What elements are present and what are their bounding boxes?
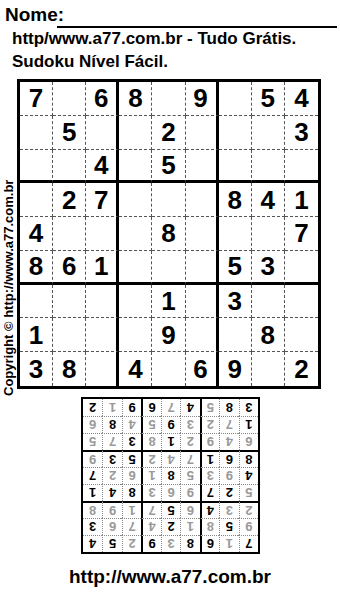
puzzle-cell-r7c6 [186, 285, 219, 319]
solution-cell-r2c5: 2 [161, 518, 180, 535]
solution-cell-r6c6: 2 [141, 450, 160, 467]
puzzle-cell-r3c3: 4 [86, 150, 119, 184]
puzzle-cell-r2c7 [219, 116, 252, 150]
puzzle-cell-r4c4 [119, 183, 152, 217]
puzzle-cell-r4c1 [20, 183, 53, 217]
solution-cell-r1c5: 3 [161, 535, 180, 552]
solution-cell-r1c4: 8 [180, 535, 199, 552]
solution-cell-r7c4: 2 [180, 433, 199, 450]
solution-cell-r2c3: 8 [200, 518, 219, 535]
solution-cell-r5c5: 8 [161, 467, 180, 484]
puzzle-cell-r8c3 [86, 318, 119, 352]
puzzle-cell-r9c5 [152, 352, 185, 386]
puzzle-cell-r6c4 [119, 251, 152, 285]
solution-cell-r6c1: 8 [239, 450, 258, 467]
puzzle-cell-r7c5: 1 [152, 285, 185, 319]
puzzle-cell-r5c8 [252, 217, 285, 251]
puzzle-cell-r8c6 [186, 318, 219, 352]
solution-cell-r2c9: 3 [83, 518, 102, 535]
puzzle-cell-r5c4 [119, 217, 152, 251]
solution-cell-r3c4: 6 [180, 501, 199, 518]
solution-cell-r2c7: 7 [122, 518, 141, 535]
puzzle-cell-r3c1 [20, 150, 53, 184]
puzzle-cell-r8c2 [53, 318, 86, 352]
solution-cell-r9c5: 7 [161, 399, 180, 416]
name-blank-underline [57, 7, 337, 28]
puzzle-cell-r5c3 [86, 217, 119, 251]
solution-cell-r1c7: 2 [122, 535, 141, 552]
solution-cell-r3c9: 8 [83, 501, 102, 518]
puzzle-cell-r2c5: 2 [152, 116, 185, 150]
solution-cell-r9c1: 3 [239, 399, 258, 416]
solution-cell-r4c6: 3 [141, 484, 160, 501]
solution-cell-r1c3: 6 [200, 535, 219, 552]
puzzle-cell-r6c1: 8 [20, 251, 53, 285]
solution-cell-r5c6: 1 [141, 467, 160, 484]
puzzle-cell-r8c8: 8 [252, 318, 285, 352]
solution-cell-r7c3: 9 [200, 433, 219, 450]
puzzle-cell-r3c4 [119, 150, 152, 184]
solution-cell-r3c7: 1 [122, 501, 141, 518]
puzzle-cell-r2c6 [186, 116, 219, 150]
sudoku-solution-grid-rotated: 7168392549581247632346571985279638414935… [81, 397, 260, 554]
puzzle-cell-r1c7 [219, 82, 252, 116]
puzzle-cell-r1c8: 5 [252, 82, 285, 116]
solution-cell-r8c5: 9 [161, 416, 180, 433]
puzzle-cell-r4c6 [186, 183, 219, 217]
puzzle-cell-r1c2 [53, 82, 86, 116]
puzzle-cell-r3c7 [219, 150, 252, 184]
solution-cell-r8c2: 7 [219, 416, 238, 433]
puzzle-cell-r4c9: 1 [285, 183, 318, 217]
difficulty-header: Sudoku Nível Fácil. [12, 52, 168, 72]
solution-cell-r1c9: 4 [83, 535, 102, 552]
solution-cell-r7c1: 6 [239, 433, 258, 450]
puzzle-cell-r1c5 [152, 82, 185, 116]
puzzle-cell-r2c2: 5 [53, 116, 86, 150]
solution-cell-r5c3: 3 [200, 467, 219, 484]
puzzle-cell-r6c6 [186, 251, 219, 285]
solution-cell-r5c4: 5 [180, 467, 199, 484]
puzzle-cell-r5c7 [219, 217, 252, 251]
puzzle-cell-r1c3: 6 [86, 82, 119, 116]
solution-cell-r9c7: 9 [122, 399, 141, 416]
solution-cell-r1c8: 5 [102, 535, 121, 552]
puzzle-cell-r6c8: 3 [252, 251, 285, 285]
puzzle-cell-r8c1: 1 [20, 318, 53, 352]
solution-cell-r9c3: 5 [200, 399, 219, 416]
puzzle-cell-r5c2 [53, 217, 86, 251]
solution-cell-r6c2: 6 [219, 450, 238, 467]
solution-cell-r8c9: 6 [83, 416, 102, 433]
solution-cell-r2c2: 5 [219, 518, 238, 535]
solution-cell-r5c9: 7 [83, 467, 102, 484]
puzzle-cell-r5c6 [186, 217, 219, 251]
solution-cell-r6c3: 1 [200, 450, 219, 467]
puzzle-cell-r7c8 [252, 285, 285, 319]
solution-cell-r6c4: 7 [180, 450, 199, 467]
solution-cell-r4c5: 6 [161, 484, 180, 501]
puzzle-cell-r9c1: 3 [20, 352, 53, 386]
solution-cell-r6c9: 9 [83, 450, 102, 467]
puzzle-cell-r2c3 [86, 116, 119, 150]
puzzle-cell-r7c2 [53, 285, 86, 319]
solution-cell-r8c4: 3 [180, 416, 199, 433]
site-header-text: http/www.a77.com.br - Tudo Grátis. [12, 29, 296, 49]
puzzle-cell-r7c4 [119, 285, 152, 319]
solution-cell-r4c1: 5 [239, 484, 258, 501]
solution-cell-r4c3: 7 [200, 484, 219, 501]
puzzle-cell-r1c9: 4 [285, 82, 318, 116]
solution-cell-r8c8: 8 [102, 416, 121, 433]
solution-cell-r2c8: 6 [102, 518, 121, 535]
solution-cell-r5c8: 2 [102, 467, 121, 484]
puzzle-cell-r2c9: 3 [285, 116, 318, 150]
solution-cell-r8c6: 5 [141, 416, 160, 433]
puzzle-cell-r3c9 [285, 150, 318, 184]
solution-cell-r9c2: 8 [219, 399, 238, 416]
puzzle-cell-r9c8 [252, 352, 285, 386]
puzzle-cell-r4c7: 8 [219, 183, 252, 217]
puzzle-cell-r2c8 [252, 116, 285, 150]
puzzle-cell-r9c7: 9 [219, 352, 252, 386]
solution-cell-r7c2: 4 [219, 433, 238, 450]
solution-cell-r4c9: 1 [83, 484, 102, 501]
solution-cell-r3c3: 4 [200, 501, 219, 518]
solution-cell-r8c7: 4 [122, 416, 141, 433]
puzzle-cell-r2c1 [20, 116, 53, 150]
solution-cell-r3c8: 9 [102, 501, 121, 518]
copyright-vertical-text: Copyright © http://www.a77.com.br [1, 180, 16, 396]
puzzle-cell-r9c9: 2 [285, 352, 318, 386]
puzzle-cell-r4c8: 4 [252, 183, 285, 217]
puzzle-cell-r3c2 [53, 150, 86, 184]
puzzle-cell-r8c5: 9 [152, 318, 185, 352]
puzzle-cell-r8c4 [119, 318, 152, 352]
solution-cell-r1c6: 9 [141, 535, 160, 552]
solution-cell-r9c9: 2 [83, 399, 102, 416]
puzzle-cell-r8c7 [219, 318, 252, 352]
puzzle-cell-r6c2: 6 [53, 251, 86, 285]
solution-cell-r7c8: 7 [102, 433, 121, 450]
solution-cell-r6c5: 4 [161, 450, 180, 467]
solution-cell-r7c6: 8 [141, 433, 160, 450]
puzzle-cell-r2c4 [119, 116, 152, 150]
puzzle-cell-r3c8 [252, 150, 285, 184]
solution-cell-r5c2: 9 [219, 467, 238, 484]
puzzle-cell-r9c3 [86, 352, 119, 386]
solution-cell-r2c4: 1 [180, 518, 199, 535]
puzzle-cell-r3c6 [186, 150, 219, 184]
puzzle-cell-r6c9 [285, 251, 318, 285]
solution-cell-r2c1: 9 [239, 518, 258, 535]
puzzle-cell-r7c1 [20, 285, 53, 319]
puzzle-cell-r9c6: 6 [186, 352, 219, 386]
puzzle-cell-r7c9 [285, 285, 318, 319]
solution-cell-r9c4: 4 [180, 399, 199, 416]
solution-cell-r7c9: 5 [83, 433, 102, 450]
solution-cell-r3c6: 7 [141, 501, 160, 518]
puzzle-cell-r4c5 [152, 183, 185, 217]
puzzle-cell-r1c4: 8 [119, 82, 152, 116]
solution-cell-r8c1: 1 [239, 416, 258, 433]
puzzle-cell-r6c7: 5 [219, 251, 252, 285]
puzzle-cell-r1c1: 7 [20, 82, 53, 116]
puzzle-cell-r4c2: 2 [53, 183, 86, 217]
solution-cell-r4c7: 8 [122, 484, 141, 501]
solution-cell-r6c8: 3 [102, 450, 121, 467]
puzzle-cell-r4c3: 7 [86, 183, 119, 217]
sudoku-puzzle-grid: 76895452345278414878615313198384692 [17, 79, 321, 389]
solution-cell-r5c7: 6 [122, 467, 141, 484]
solution-cell-r3c2: 3 [219, 501, 238, 518]
puzzle-cell-r6c3: 1 [86, 251, 119, 285]
solution-cell-r5c1: 4 [239, 467, 258, 484]
solution-cell-r1c1: 7 [239, 535, 258, 552]
solution-cell-r3c5: 5 [161, 501, 180, 518]
puzzle-cell-r1c6: 9 [186, 82, 219, 116]
solution-cell-r6c7: 5 [122, 450, 141, 467]
solution-cell-r9c8: 1 [102, 399, 121, 416]
solution-cell-r9c6: 6 [141, 399, 160, 416]
solution-cell-r1c2: 1 [219, 535, 238, 552]
solution-cell-r4c2: 2 [219, 484, 238, 501]
solution-cell-r8c3: 2 [200, 416, 219, 433]
puzzle-cell-r9c2: 8 [53, 352, 86, 386]
puzzle-cell-r7c7: 3 [219, 285, 252, 319]
puzzle-cell-r5c1: 4 [20, 217, 53, 251]
puzzle-cell-r9c4: 4 [119, 352, 152, 386]
puzzle-cell-r8c9 [285, 318, 318, 352]
puzzle-cell-r6c5 [152, 251, 185, 285]
puzzle-cell-r5c9: 7 [285, 217, 318, 251]
puzzle-cell-r3c5: 5 [152, 150, 185, 184]
solution-cell-r3c1: 2 [239, 501, 258, 518]
puzzle-cell-r7c3 [86, 285, 119, 319]
footer-url: http://www.a77.com.br [0, 566, 340, 588]
solution-cell-r7c5: 1 [161, 433, 180, 450]
solution-cell-r4c8: 4 [102, 484, 121, 501]
name-label: Nome: [5, 4, 64, 26]
puzzle-cell-r5c5: 8 [152, 217, 185, 251]
solution-cell-r7c7: 3 [122, 433, 141, 450]
solution-cell-r4c4: 9 [180, 484, 199, 501]
solution-cell-r2c6: 4 [141, 518, 160, 535]
